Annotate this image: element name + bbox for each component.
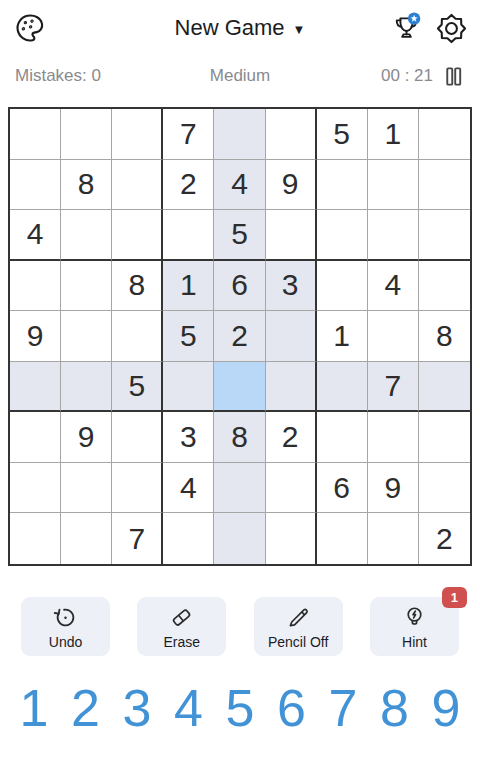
cell-r9c4[interactable] bbox=[163, 513, 214, 564]
cell-r6c8[interactable]: 7 bbox=[368, 362, 419, 413]
cell-r5c3[interactable] bbox=[112, 311, 163, 362]
num-key-1[interactable]: 1 bbox=[10, 678, 58, 738]
hint-badge: 1 bbox=[442, 587, 467, 608]
num-key-3[interactable]: 3 bbox=[113, 678, 161, 738]
cell-r3c9[interactable] bbox=[419, 210, 470, 261]
cell-r1c4[interactable]: 7 bbox=[163, 109, 214, 160]
cell-r7c8[interactable] bbox=[368, 412, 419, 463]
cell-r9c9[interactable]: 2 bbox=[419, 513, 470, 564]
cell-r2c4[interactable]: 2 bbox=[163, 160, 214, 211]
cell-r2c2[interactable]: 8 bbox=[61, 160, 112, 211]
cell-r8c4[interactable]: 4 bbox=[163, 463, 214, 514]
cell-r7c4[interactable]: 3 bbox=[163, 412, 214, 463]
settings-gear-icon bbox=[436, 13, 467, 44]
cell-r6c9[interactable] bbox=[419, 362, 470, 413]
cell-r1c5[interactable] bbox=[214, 109, 265, 160]
settings-button[interactable] bbox=[436, 13, 467, 44]
pencil-icon bbox=[285, 604, 312, 631]
top-bar: New Game ▼ bbox=[0, 0, 480, 56]
cell-r2c5[interactable]: 4 bbox=[214, 160, 265, 211]
palette-icon bbox=[13, 11, 47, 45]
cell-r6c5[interactable] bbox=[214, 362, 265, 413]
cell-r3c7[interactable] bbox=[317, 210, 368, 261]
cell-r1c8[interactable]: 1 bbox=[368, 109, 419, 160]
hint-button[interactable]: 1 Hint bbox=[370, 597, 459, 656]
cell-r1c2[interactable] bbox=[61, 109, 112, 160]
cell-r6c3[interactable]: 5 bbox=[112, 362, 163, 413]
cell-r7c2[interactable]: 9 bbox=[61, 412, 112, 463]
cell-r3c2[interactable] bbox=[61, 210, 112, 261]
cell-r1c3[interactable] bbox=[112, 109, 163, 160]
mistakes-counter: Mistakes: 0 bbox=[15, 66, 101, 86]
cell-r9c1[interactable] bbox=[10, 513, 61, 564]
cell-r4c5[interactable]: 6 bbox=[214, 261, 265, 312]
chevron-down-icon: ▼ bbox=[293, 20, 306, 37]
pause-button[interactable] bbox=[442, 65, 465, 88]
cell-r5c1[interactable]: 9 bbox=[10, 311, 61, 362]
cell-r3c8[interactable] bbox=[368, 210, 419, 261]
cell-r2c9[interactable] bbox=[419, 160, 470, 211]
hint-label: Hint bbox=[402, 634, 427, 650]
cell-r4c1[interactable] bbox=[10, 261, 61, 312]
cell-r4c8[interactable]: 4 bbox=[368, 261, 419, 312]
undo-icon bbox=[52, 604, 79, 631]
cell-r1c7[interactable]: 5 bbox=[317, 109, 368, 160]
cell-r8c2[interactable] bbox=[61, 463, 112, 514]
cell-r9c8[interactable] bbox=[368, 513, 419, 564]
cell-r5c8[interactable] bbox=[368, 311, 419, 362]
cell-r4c3[interactable]: 8 bbox=[112, 261, 163, 312]
cell-r3c3[interactable] bbox=[112, 210, 163, 261]
cell-r6c1[interactable] bbox=[10, 362, 61, 413]
cell-r3c4[interactable] bbox=[163, 210, 214, 261]
cell-r1c1[interactable] bbox=[10, 109, 61, 160]
pencil-label: Pencil Off bbox=[268, 634, 328, 650]
erase-button[interactable]: Erase bbox=[137, 597, 226, 656]
num-key-5[interactable]: 5 bbox=[216, 678, 264, 738]
cell-r2c8[interactable] bbox=[368, 160, 419, 211]
cell-r4c4[interactable]: 1 bbox=[163, 261, 214, 312]
cell-r5c2[interactable] bbox=[61, 311, 112, 362]
num-key-6[interactable]: 6 bbox=[268, 678, 316, 738]
cell-r6c4[interactable] bbox=[163, 362, 214, 413]
num-key-4[interactable]: 4 bbox=[165, 678, 213, 738]
cell-r6c7[interactable] bbox=[317, 362, 368, 413]
cell-r6c6[interactable] bbox=[266, 362, 317, 413]
cell-r2c1[interactable] bbox=[10, 160, 61, 211]
erase-label: Erase bbox=[164, 634, 201, 650]
pause-icon bbox=[442, 65, 465, 88]
cell-r5c9[interactable]: 8 bbox=[419, 311, 470, 362]
cell-r3c1[interactable]: 4 bbox=[10, 210, 61, 261]
cell-r9c2[interactable] bbox=[61, 513, 112, 564]
cell-r9c5[interactable] bbox=[214, 513, 265, 564]
cell-r2c7[interactable] bbox=[317, 160, 368, 211]
eraser-icon bbox=[168, 604, 195, 631]
num-key-8[interactable]: 8 bbox=[371, 678, 419, 738]
cell-r4c7[interactable] bbox=[317, 261, 368, 312]
cell-r7c5[interactable]: 8 bbox=[214, 412, 265, 463]
new-game-dropdown[interactable]: New Game ▼ bbox=[175, 15, 306, 41]
cell-r4c9[interactable] bbox=[419, 261, 470, 312]
cell-r7c1[interactable] bbox=[10, 412, 61, 463]
page-title: New Game bbox=[175, 15, 285, 41]
cell-r5c4[interactable]: 5 bbox=[163, 311, 214, 362]
cell-r8c7[interactable]: 6 bbox=[317, 463, 368, 514]
cell-r6c2[interactable] bbox=[61, 362, 112, 413]
hint-bulb-icon bbox=[401, 604, 428, 631]
cell-r9c3[interactable]: 7 bbox=[112, 513, 163, 564]
cell-r8c8[interactable]: 9 bbox=[368, 463, 419, 514]
cell-r5c7[interactable]: 1 bbox=[317, 311, 368, 362]
cell-r7c7[interactable] bbox=[317, 412, 368, 463]
trophy-star-icon bbox=[390, 12, 423, 45]
cell-r8c9[interactable] bbox=[419, 463, 470, 514]
num-key-2[interactable]: 2 bbox=[62, 678, 110, 738]
theme-palette-button[interactable] bbox=[13, 11, 47, 45]
cell-r9c7[interactable] bbox=[317, 513, 368, 564]
undo-label: Undo bbox=[49, 634, 82, 650]
cell-r7c6[interactable]: 2 bbox=[266, 412, 317, 463]
cell-r2c6[interactable]: 9 bbox=[266, 160, 317, 211]
cell-r3c5[interactable]: 5 bbox=[214, 210, 265, 261]
num-key-7[interactable]: 7 bbox=[319, 678, 367, 738]
difficulty-label: Medium bbox=[210, 66, 270, 86]
cell-r1c6[interactable] bbox=[266, 109, 317, 160]
status-bar: Mistakes: 0 Medium 00 : 21 bbox=[0, 56, 480, 96]
cell-r7c3[interactable] bbox=[112, 412, 163, 463]
cell-r1c9[interactable] bbox=[419, 109, 470, 160]
cell-r4c2[interactable] bbox=[61, 261, 112, 312]
cell-r8c1[interactable] bbox=[10, 463, 61, 514]
sudoku-board: 751824945816349521857938246972 bbox=[8, 107, 472, 566]
num-key-9[interactable]: 9 bbox=[422, 678, 470, 738]
cell-r4c6[interactable]: 3 bbox=[266, 261, 317, 312]
cell-r2c3[interactable] bbox=[112, 160, 163, 211]
undo-button[interactable]: Undo bbox=[21, 597, 110, 656]
cell-r8c5[interactable] bbox=[214, 463, 265, 514]
cell-r3c6[interactable] bbox=[266, 210, 317, 261]
cell-r5c5[interactable]: 2 bbox=[214, 311, 265, 362]
toolbar: Undo Erase Pencil Off 1 bbox=[0, 597, 480, 656]
cell-r8c3[interactable] bbox=[112, 463, 163, 514]
timer: 00 : 21 bbox=[381, 66, 433, 86]
pencil-button[interactable]: Pencil Off bbox=[254, 597, 343, 656]
cell-r7c9[interactable] bbox=[419, 412, 470, 463]
cell-r9c6[interactable] bbox=[266, 513, 317, 564]
trophy-button[interactable] bbox=[390, 12, 423, 45]
number-keypad: 1 2 3 4 5 6 7 8 9 bbox=[0, 678, 480, 738]
cell-r5c6[interactable] bbox=[266, 311, 317, 362]
cell-r8c6[interactable] bbox=[266, 463, 317, 514]
